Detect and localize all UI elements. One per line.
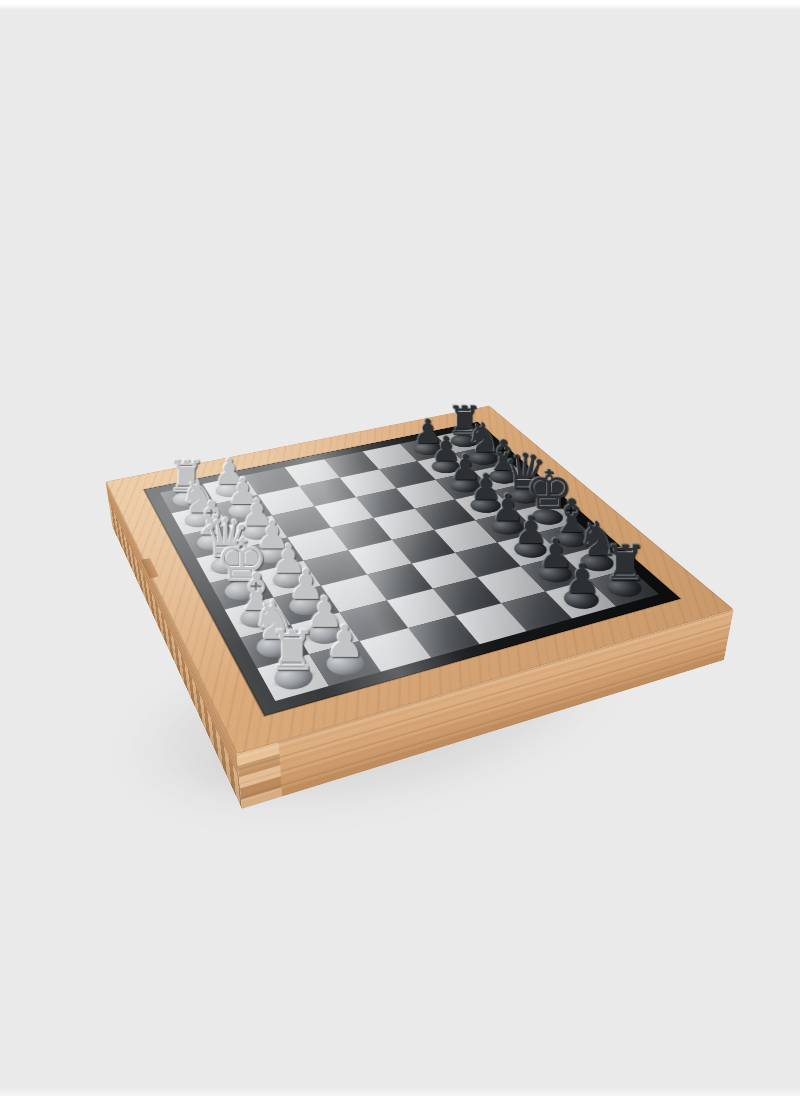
scene-3d: ♜♜♟♟♟♟♜♜♞♞♟♟♟♟♞♞♝♝♟♟♟♟♝♝♛♛♟♟♟♟♛♛♚♚♟♟♟♟♚♚… bbox=[0, 0, 800, 1096]
square-h1[interactable]: ♜♜ bbox=[257, 654, 329, 701]
black-pawn-piece[interactable]: ♟ bbox=[556, 558, 607, 599]
chess-box: ♜♜♟♟♟♟♜♜♞♞♟♟♟♟♞♞♝♝♟♟♟♟♝♝♛♛♟♟♟♟♛♛♚♚♟♟♟♟♚♚… bbox=[106, 406, 734, 755]
white-rook-piece[interactable]: ♜ bbox=[264, 623, 320, 678]
white-pawn-piece[interactable]: ♟ bbox=[317, 619, 372, 664]
product-photo-stage: ♜♜♟♟♟♟♜♜♞♞♟♟♟♟♞♞♝♝♟♟♟♟♝♝♛♛♟♟♟♟♛♛♚♚♟♟♟♟♚♚… bbox=[0, 0, 800, 1096]
